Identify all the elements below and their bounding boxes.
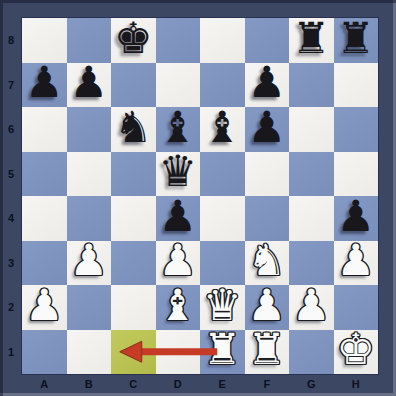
square-e1[interactable]: ♜ [200,330,245,375]
piece-white-queen[interactable]: ♛ [203,284,242,327]
square-a1[interactable] [22,330,67,375]
file-label-e: E [200,374,245,394]
file-labels: ABCDEFGH [22,374,378,394]
rank-label-8: 8 [0,18,22,63]
square-g4[interactable] [289,196,334,241]
piece-white-pawn[interactable]: ♟ [25,284,64,327]
square-f8[interactable] [245,18,290,63]
square-f1[interactable]: ♜ [245,330,290,375]
file-label-g: G [289,374,334,394]
square-d4[interactable]: ♟ [156,196,201,241]
square-d3[interactable]: ♟ [156,241,201,286]
square-e2[interactable]: ♛ [200,285,245,330]
square-e8[interactable] [200,18,245,63]
square-f5[interactable] [245,152,290,197]
piece-black-pawn[interactable]: ♟ [69,61,108,104]
square-e7[interactable] [200,63,245,108]
square-d8[interactable] [156,18,201,63]
square-f6[interactable]: ♟ [245,107,290,152]
piece-black-rook[interactable]: ♜ [292,17,331,60]
square-e6[interactable]: ♝ [200,107,245,152]
piece-white-rook[interactable]: ♜ [203,328,242,371]
square-c3[interactable] [111,241,156,286]
square-c1[interactable] [111,330,156,375]
square-d7[interactable] [156,63,201,108]
piece-black-bishop[interactable]: ♝ [203,106,242,149]
piece-black-queen[interactable]: ♛ [158,150,197,193]
square-h4[interactable]: ♟ [334,196,379,241]
rank-labels: 87654321 [0,18,22,374]
square-f4[interactable] [245,196,290,241]
piece-black-king[interactable]: ♚ [114,17,153,60]
square-h8[interactable]: ♜ [334,18,379,63]
piece-white-pawn[interactable]: ♟ [158,239,197,282]
square-b5[interactable] [67,152,112,197]
chess-board: ♚♜♜♟♟♟♞♝♝♟♛♟♟♟♟♞♟♟♝♛♟♟♜♜♚ [22,18,378,374]
square-h1[interactable]: ♚ [334,330,379,375]
piece-white-knight[interactable]: ♞ [247,239,286,282]
square-f3[interactable]: ♞ [245,241,290,286]
piece-black-pawn[interactable]: ♟ [247,106,286,149]
square-c8[interactable]: ♚ [111,18,156,63]
piece-white-bishop[interactable]: ♝ [158,284,197,327]
piece-white-pawn[interactable]: ♟ [336,239,375,282]
file-label-h: H [334,374,379,394]
square-c5[interactable] [111,152,156,197]
rank-label-5: 5 [0,152,22,197]
square-h5[interactable] [334,152,379,197]
square-e3[interactable] [200,241,245,286]
rank-label-6: 6 [0,107,22,152]
piece-black-bishop[interactable]: ♝ [158,106,197,149]
square-c6[interactable]: ♞ [111,107,156,152]
square-h7[interactable] [334,63,379,108]
square-d1[interactable] [156,330,201,375]
piece-black-pawn[interactable]: ♟ [336,195,375,238]
piece-white-pawn[interactable]: ♟ [247,284,286,327]
square-a3[interactable] [22,241,67,286]
piece-black-pawn[interactable]: ♟ [158,195,197,238]
rank-label-1: 1 [0,330,22,375]
piece-black-knight[interactable]: ♞ [114,106,153,149]
piece-black-pawn[interactable]: ♟ [247,61,286,104]
square-d5[interactable]: ♛ [156,152,201,197]
square-b1[interactable] [67,330,112,375]
square-a8[interactable] [22,18,67,63]
piece-white-pawn[interactable]: ♟ [292,284,331,327]
square-f2[interactable]: ♟ [245,285,290,330]
square-f7[interactable]: ♟ [245,63,290,108]
square-g7[interactable] [289,63,334,108]
piece-white-pawn[interactable]: ♟ [69,239,108,282]
square-g8[interactable]: ♜ [289,18,334,63]
square-h2[interactable] [334,285,379,330]
square-b2[interactable] [67,285,112,330]
chess-board-frame: 87654321 ABCDEFGH ♚♜♜♟♟♟♞♝♝♟♛♟♟♟♟♞♟♟♝♛♟♟… [0,0,396,396]
square-g1[interactable] [289,330,334,375]
file-label-d: D [156,374,201,394]
rank-label-4: 4 [0,196,22,241]
square-h3[interactable]: ♟ [334,241,379,286]
square-d2[interactable]: ♝ [156,285,201,330]
square-a5[interactable] [22,152,67,197]
square-d6[interactable]: ♝ [156,107,201,152]
file-label-f: F [245,374,290,394]
square-a4[interactable] [22,196,67,241]
square-g3[interactable] [289,241,334,286]
piece-white-rook[interactable]: ♜ [247,328,286,371]
square-a2[interactable]: ♟ [22,285,67,330]
square-h6[interactable] [334,107,379,152]
piece-black-pawn[interactable]: ♟ [25,61,64,104]
piece-black-rook[interactable]: ♜ [336,17,375,60]
file-label-a: A [22,374,67,394]
file-label-c: C [111,374,156,394]
square-g6[interactable] [289,107,334,152]
square-b3[interactable]: ♟ [67,241,112,286]
square-c2[interactable] [111,285,156,330]
square-e4[interactable] [200,196,245,241]
square-g2[interactable]: ♟ [289,285,334,330]
square-c7[interactable] [111,63,156,108]
square-b8[interactable] [67,18,112,63]
square-c4[interactable] [111,196,156,241]
square-g5[interactable] [289,152,334,197]
square-b4[interactable] [67,196,112,241]
file-label-b: B [67,374,112,394]
square-a7[interactable]: ♟ [22,63,67,108]
square-e5[interactable] [200,152,245,197]
square-a6[interactable] [22,107,67,152]
square-b7[interactable]: ♟ [67,63,112,108]
rank-label-2: 2 [0,285,22,330]
rank-label-7: 7 [0,63,22,108]
square-b6[interactable] [67,107,112,152]
piece-white-king[interactable]: ♚ [336,328,375,371]
rank-label-3: 3 [0,241,22,286]
